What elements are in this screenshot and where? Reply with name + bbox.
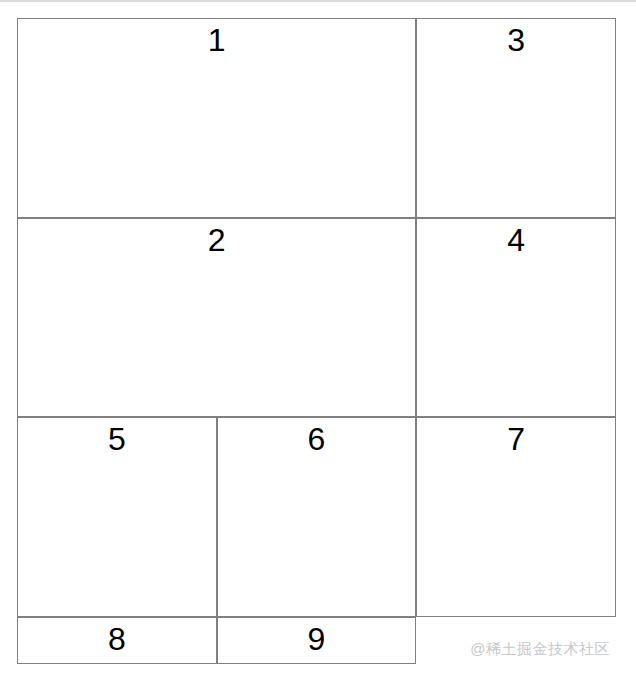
grid-cell-4: 4	[416, 218, 616, 418]
grid-cell-6: 6	[217, 417, 417, 617]
grid-cell-7: 7	[416, 417, 616, 617]
juejin-watermark: @稀土掘金技术社区	[470, 640, 610, 659]
grid-cell-1: 1	[17, 18, 416, 218]
numbered-grid: 1 3 2 4 5 6 7 8 9	[17, 18, 616, 664]
grid-cell-5: 5	[17, 417, 217, 617]
grid-cell-8: 8	[17, 617, 217, 664]
top-divider	[0, 0, 636, 2]
grid-cell-9: 9	[217, 617, 417, 664]
grid-cell-2: 2	[17, 218, 416, 418]
grid-cell-3: 3	[416, 18, 616, 218]
